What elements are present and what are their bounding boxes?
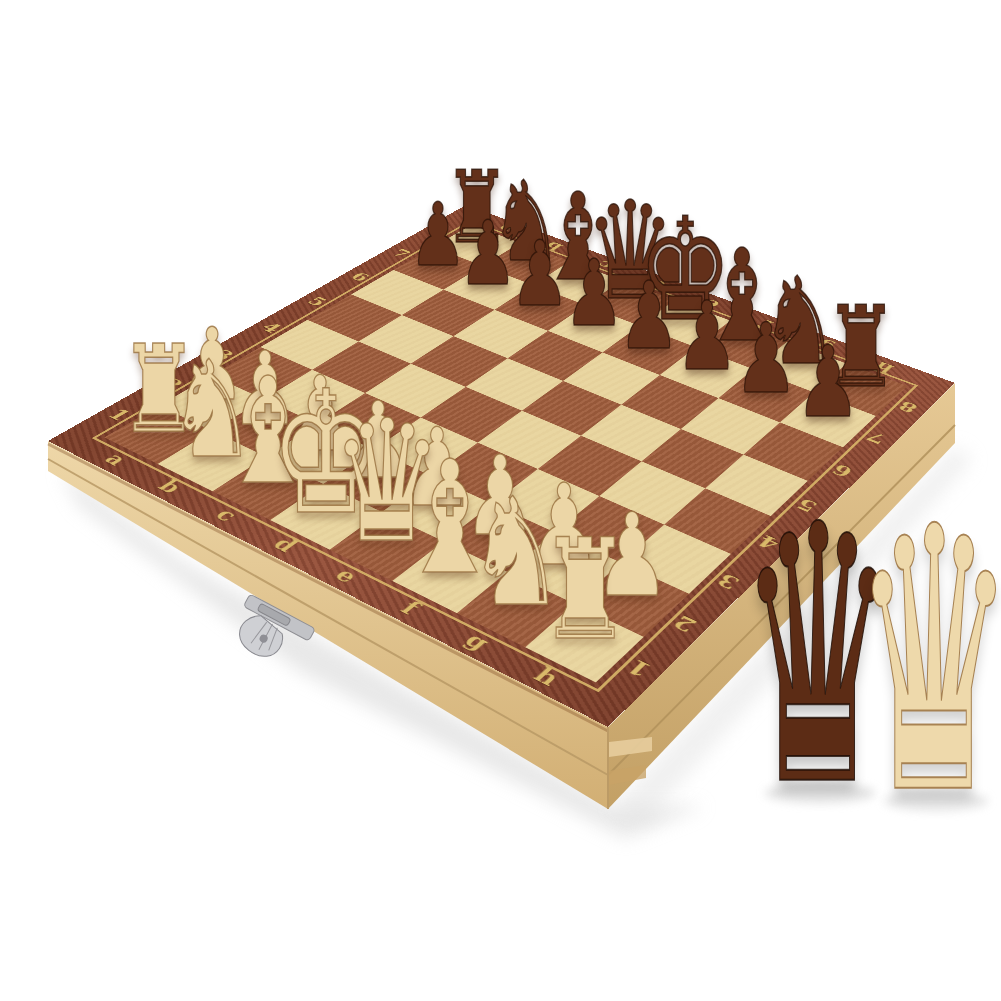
piece-dark-pawn-g7[interactable]: ♟ [734,311,798,408]
product-photo-scene: aa11bb22cc33dd44ee55ff66gg77hh88 ♜♞♝♛♚♝♞… [0,0,1001,1001]
piece-dark-pawn-e7[interactable]: ♟ [618,268,680,361]
piece-dark-pawn-f7[interactable]: ♟ [675,289,738,384]
extra-queen-light: ♛ [852,480,1001,844]
piece-dark-pawn-h7[interactable]: ♟ [795,333,860,431]
piece-dark-pawn-b7[interactable]: ♟ [459,210,518,299]
piece-dark-pawn-c7[interactable]: ♟ [510,229,570,319]
piece-dark-pawn-d7[interactable]: ♟ [563,248,624,340]
piece-light-rook-h1[interactable]: ♜ [539,521,631,660]
